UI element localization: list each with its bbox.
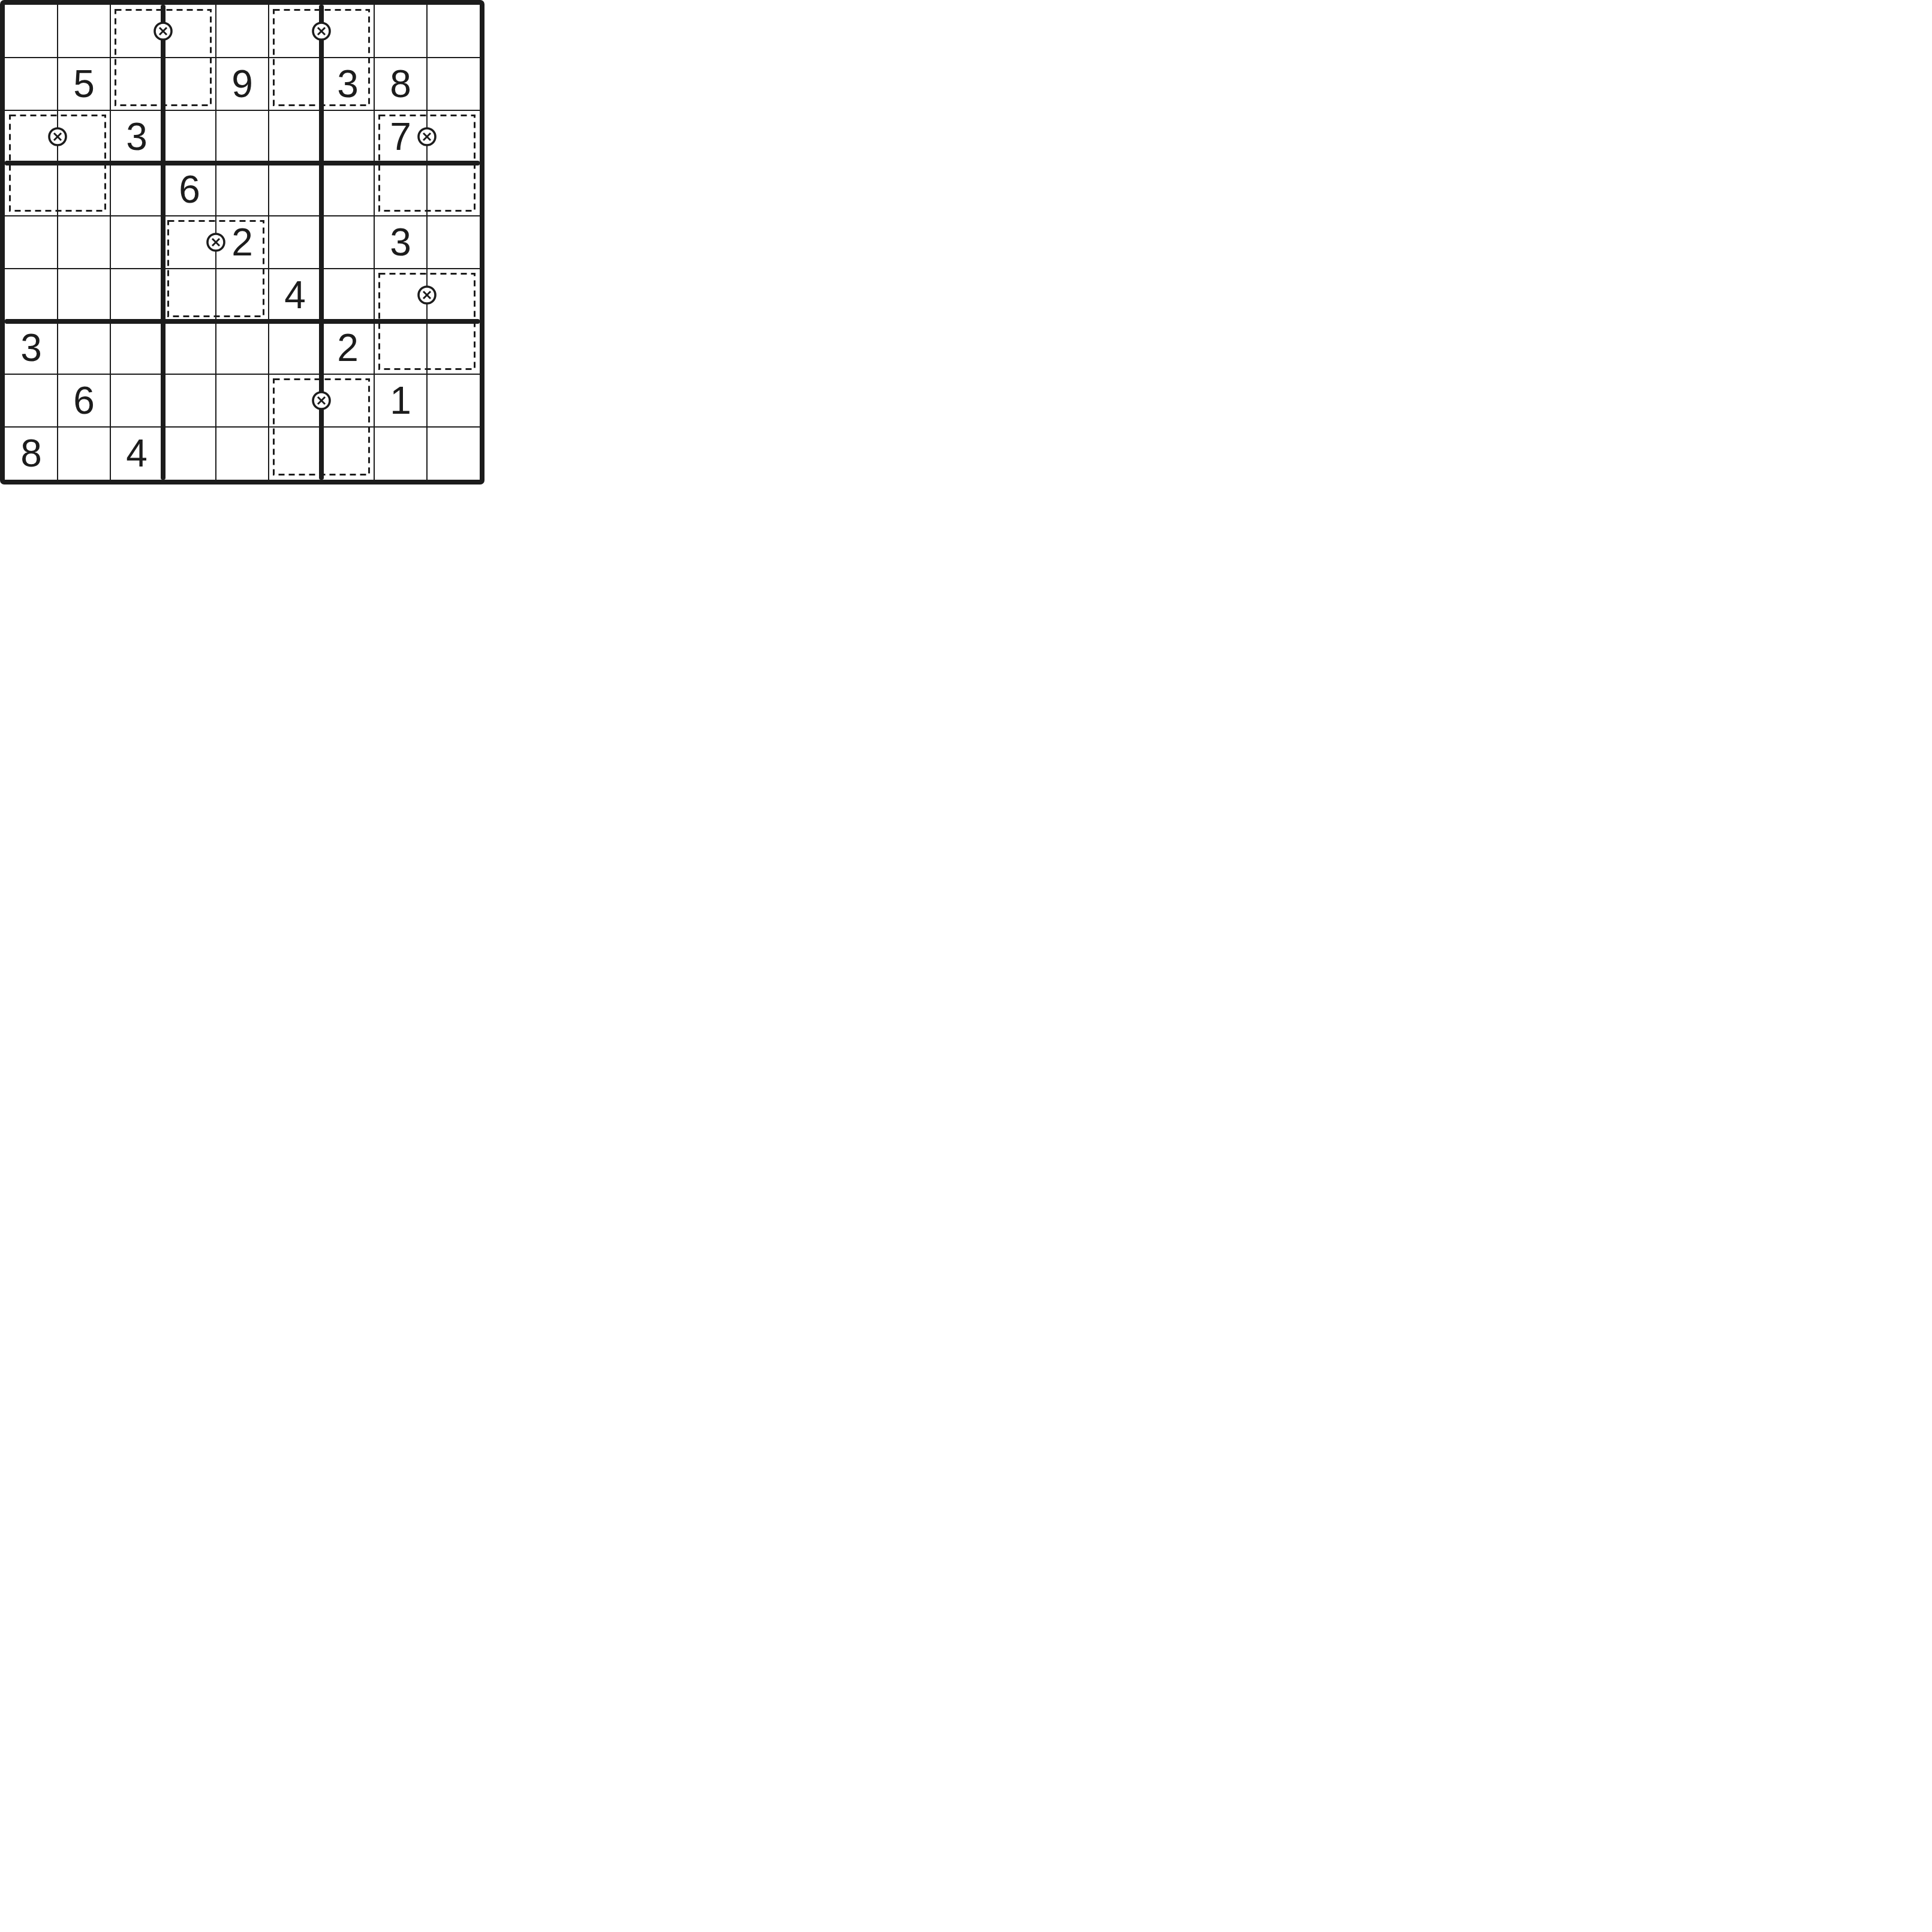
cell-r9c1: 8 (5, 427, 58, 480)
cell-r8c1[interactable] (5, 374, 58, 427)
cell-r7c9[interactable] (427, 321, 480, 374)
cell-r7c7: 2 (321, 321, 374, 374)
cell-r5c3[interactable] (110, 216, 163, 269)
circled-x-marker (206, 232, 226, 252)
circled-x-marker (311, 390, 332, 411)
cell-r8c3[interactable] (110, 374, 163, 427)
cell-r4c4: 6 (163, 163, 216, 216)
cell-r2c2: 5 (58, 58, 110, 110)
cell-r7c8[interactable] (374, 321, 427, 374)
given-digit: 4 (126, 434, 148, 473)
cell-r1c9[interactable] (427, 5, 480, 58)
circled-x-marker (47, 127, 68, 147)
given-digit: 2 (337, 329, 359, 367)
cell-r8c4[interactable] (163, 374, 216, 427)
cell-r9c8[interactable] (374, 427, 427, 480)
cell-r4c5[interactable] (216, 163, 269, 216)
cell-r3c4[interactable] (163, 110, 216, 163)
cell-r2c7: 3 (321, 58, 374, 110)
cell-r6c5[interactable] (216, 269, 269, 321)
sudoku-board: 5938376234326184 (0, 0, 484, 484)
cell-r4c6[interactable] (269, 163, 321, 216)
cell-r5c8: 3 (374, 216, 427, 269)
cell-r7c1: 3 (5, 321, 58, 374)
cell-r6c6: 4 (269, 269, 321, 321)
cell-r5c1[interactable] (5, 216, 58, 269)
circled-x-marker (417, 127, 437, 147)
cell-r2c5: 9 (216, 58, 269, 110)
cell-r9c9[interactable] (427, 427, 480, 480)
cell-r1c2[interactable] (58, 5, 110, 58)
cell-r3c6[interactable] (269, 110, 321, 163)
cell-r5c7[interactable] (321, 216, 374, 269)
given-digit: 3 (337, 65, 359, 103)
cell-r2c8: 8 (374, 58, 427, 110)
cell-r1c8[interactable] (374, 5, 427, 58)
given-digit: 8 (20, 434, 42, 473)
cell-r6c4[interactable] (163, 269, 216, 321)
cell-r9c5[interactable] (216, 427, 269, 480)
cell-r8c5[interactable] (216, 374, 269, 427)
cell-r9c2[interactable] (58, 427, 110, 480)
cell-r9c4[interactable] (163, 427, 216, 480)
cell-r1c5[interactable] (216, 5, 269, 58)
cell-r5c2[interactable] (58, 216, 110, 269)
cell-r4c9[interactable] (427, 163, 480, 216)
cell-r6c1[interactable] (5, 269, 58, 321)
cell-r7c5[interactable] (216, 321, 269, 374)
cell-r2c9[interactable] (427, 58, 480, 110)
given-digit: 3 (126, 118, 148, 156)
cell-r4c1[interactable] (5, 163, 58, 216)
given-digit: 3 (390, 223, 411, 261)
cell-r2c1[interactable] (5, 58, 58, 110)
cell-r5c6[interactable] (269, 216, 321, 269)
cell-r6c2[interactable] (58, 269, 110, 321)
cell-r4c2[interactable] (58, 163, 110, 216)
circled-x-marker (153, 21, 173, 41)
cell-r3c5[interactable] (216, 110, 269, 163)
puzzle-page: 5938376234326184 (0, 0, 1932, 484)
cell-r3c7[interactable] (321, 110, 374, 163)
given-digit: 7 (390, 118, 411, 156)
cell-r3c3: 3 (110, 110, 163, 163)
cell-r4c3[interactable] (110, 163, 163, 216)
cell-r7c4[interactable] (163, 321, 216, 374)
circled-x-marker (311, 21, 332, 41)
cell-r4c8[interactable] (374, 163, 427, 216)
cell-r2c4[interactable] (163, 58, 216, 110)
given-digit: 6 (73, 381, 95, 420)
cell-r7c3[interactable] (110, 321, 163, 374)
cell-r7c6[interactable] (269, 321, 321, 374)
given-digit: 6 (179, 170, 200, 209)
circled-x-marker (417, 285, 437, 305)
cell-r4c7[interactable] (321, 163, 374, 216)
given-digit: 3 (20, 329, 42, 367)
cell-r5c9[interactable] (427, 216, 480, 269)
given-digit: 5 (73, 65, 95, 103)
cell-r1c1[interactable] (5, 5, 58, 58)
cell-r8c8: 1 (374, 374, 427, 427)
cell-r8c2: 6 (58, 374, 110, 427)
cell-r9c7[interactable] (321, 427, 374, 480)
cell-r2c3[interactable] (110, 58, 163, 110)
cell-r7c2[interactable] (58, 321, 110, 374)
given-digit: 1 (390, 381, 411, 420)
given-digit: 8 (390, 65, 411, 103)
cell-r9c6[interactable] (269, 427, 321, 480)
cell-r2c6[interactable] (269, 58, 321, 110)
given-digit: 2 (231, 223, 253, 261)
cell-r6c7[interactable] (321, 269, 374, 321)
cell-r9c3: 4 (110, 427, 163, 480)
cell-r6c3[interactable] (110, 269, 163, 321)
cell-r8c9[interactable] (427, 374, 480, 427)
given-digit: 9 (231, 65, 253, 103)
given-digit: 4 (284, 276, 306, 314)
